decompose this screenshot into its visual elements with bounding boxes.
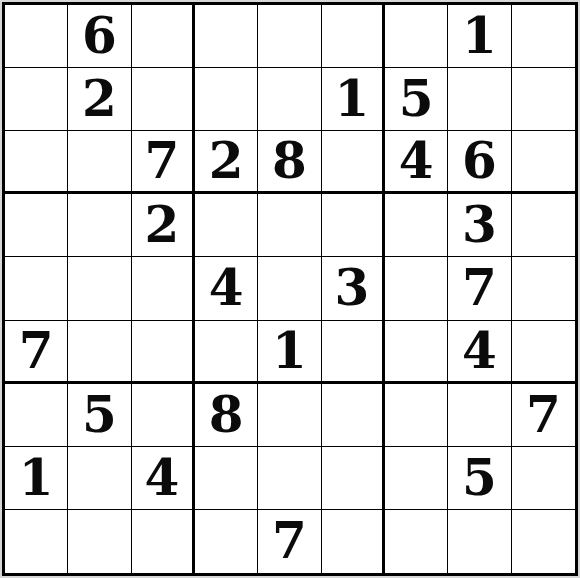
cell-r7c8[interactable] <box>448 384 511 447</box>
cell-r3c2[interactable] <box>68 131 131 194</box>
cell-r3c4[interactable]: 2 <box>195 131 258 194</box>
cell-r3c7[interactable]: 4 <box>385 131 448 194</box>
given-digit: 4 <box>399 136 434 186</box>
cell-r5c4[interactable]: 4 <box>195 257 258 320</box>
given-digit: 7 <box>19 326 54 376</box>
given-digit: 8 <box>209 390 244 440</box>
cell-r5c1[interactable] <box>5 257 68 320</box>
cell-r4c2[interactable] <box>68 194 131 257</box>
cell-r5c9[interactable] <box>512 257 575 320</box>
cell-r3c1[interactable] <box>5 131 68 194</box>
cell-r1c3[interactable] <box>132 5 195 68</box>
cell-r3c8[interactable]: 6 <box>448 131 511 194</box>
cell-r1c6[interactable] <box>322 5 385 68</box>
cell-r6c4[interactable] <box>195 321 258 384</box>
cell-r2c2[interactable]: 2 <box>68 68 131 131</box>
cell-r2c6[interactable]: 1 <box>322 68 385 131</box>
cell-r4c8[interactable]: 3 <box>448 194 511 257</box>
cell-r7c5[interactable] <box>258 384 321 447</box>
given-digit: 7 <box>462 263 497 313</box>
cell-r6c7[interactable] <box>385 321 448 384</box>
cell-r4c9[interactable] <box>512 194 575 257</box>
cell-r5c8[interactable]: 7 <box>448 257 511 320</box>
given-digit: 1 <box>272 326 307 376</box>
cell-r9c8[interactable] <box>448 510 511 573</box>
cell-r8c3[interactable]: 4 <box>132 447 195 510</box>
cell-r3c5[interactable]: 8 <box>258 131 321 194</box>
cell-r6c8[interactable]: 4 <box>448 321 511 384</box>
cell-r2c5[interactable] <box>258 68 321 131</box>
cell-r9c6[interactable] <box>322 510 385 573</box>
cell-r1c1[interactable] <box>5 5 68 68</box>
given-digit: 1 <box>19 453 54 503</box>
cell-r4c3[interactable]: 2 <box>132 194 195 257</box>
cell-r2c8[interactable] <box>448 68 511 131</box>
cell-r9c3[interactable] <box>132 510 195 573</box>
given-digit: 2 <box>144 200 179 250</box>
cell-r6c5[interactable]: 1 <box>258 321 321 384</box>
given-digit: 2 <box>209 136 244 186</box>
cell-r5c6[interactable]: 3 <box>322 257 385 320</box>
cell-r1c4[interactable] <box>195 5 258 68</box>
given-digit: 3 <box>462 200 497 250</box>
cell-r6c9[interactable] <box>512 321 575 384</box>
cell-r8c5[interactable] <box>258 447 321 510</box>
cell-r1c8[interactable]: 1 <box>448 5 511 68</box>
cell-r1c2[interactable]: 6 <box>68 5 131 68</box>
cell-r1c7[interactable] <box>385 5 448 68</box>
given-digit: 7 <box>144 136 179 186</box>
cell-r4c6[interactable] <box>322 194 385 257</box>
cell-r9c1[interactable] <box>5 510 68 573</box>
cell-r1c9[interactable] <box>512 5 575 68</box>
cell-r6c6[interactable] <box>322 321 385 384</box>
cell-r3c9[interactable] <box>512 131 575 194</box>
cell-r5c2[interactable] <box>68 257 131 320</box>
cell-r7c4[interactable]: 8 <box>195 384 258 447</box>
given-digit: 4 <box>209 263 244 313</box>
cell-r8c6[interactable] <box>322 447 385 510</box>
cell-r8c9[interactable] <box>512 447 575 510</box>
cell-r4c5[interactable] <box>258 194 321 257</box>
cell-r4c1[interactable] <box>5 194 68 257</box>
cell-r1c5[interactable] <box>258 5 321 68</box>
cell-r8c4[interactable] <box>195 447 258 510</box>
cell-r7c6[interactable] <box>322 384 385 447</box>
sudoku-board: 6121572846234377145871457 <box>0 0 580 578</box>
given-digit: 1 <box>462 11 497 61</box>
cell-r7c1[interactable] <box>5 384 68 447</box>
given-digit: 5 <box>462 453 497 503</box>
cell-r9c4[interactable] <box>195 510 258 573</box>
cell-r2c3[interactable] <box>132 68 195 131</box>
cell-r4c4[interactable] <box>195 194 258 257</box>
cell-r9c7[interactable] <box>385 510 448 573</box>
cell-r3c3[interactable]: 7 <box>132 131 195 194</box>
cell-r8c1[interactable]: 1 <box>5 447 68 510</box>
cell-r8c8[interactable]: 5 <box>448 447 511 510</box>
given-digit: 2 <box>82 74 117 124</box>
cell-r9c2[interactable] <box>68 510 131 573</box>
cell-r8c2[interactable] <box>68 447 131 510</box>
cell-r2c9[interactable] <box>512 68 575 131</box>
cell-r9c5[interactable]: 7 <box>258 510 321 573</box>
given-digit: 4 <box>144 453 179 503</box>
sudoku-grid: 6121572846234377145871457 <box>2 2 578 576</box>
given-digit: 5 <box>82 390 117 440</box>
given-digit: 7 <box>526 390 561 440</box>
cell-r2c7[interactable]: 5 <box>385 68 448 131</box>
cell-r6c2[interactable] <box>68 321 131 384</box>
cell-r6c3[interactable] <box>132 321 195 384</box>
cell-r5c7[interactable] <box>385 257 448 320</box>
cell-r4c7[interactable] <box>385 194 448 257</box>
cell-r7c7[interactable] <box>385 384 448 447</box>
given-digit: 5 <box>399 74 434 124</box>
given-digit: 6 <box>462 136 497 186</box>
cell-r2c1[interactable] <box>5 68 68 131</box>
given-digit: 6 <box>82 11 117 61</box>
cell-r7c9[interactable]: 7 <box>512 384 575 447</box>
cell-r3c6[interactable] <box>322 131 385 194</box>
cell-r7c2[interactable]: 5 <box>68 384 131 447</box>
cell-r5c5[interactable] <box>258 257 321 320</box>
cell-r2c4[interactable] <box>195 68 258 131</box>
cell-r8c7[interactable] <box>385 447 448 510</box>
given-digit: 7 <box>272 516 307 566</box>
given-digit: 4 <box>462 326 497 376</box>
given-digit: 8 <box>272 136 307 186</box>
cell-r7c3[interactable] <box>132 384 195 447</box>
cell-r6c1[interactable]: 7 <box>5 321 68 384</box>
cell-r5c3[interactable] <box>132 257 195 320</box>
cell-r9c9[interactable] <box>512 510 575 573</box>
given-digit: 1 <box>334 74 369 124</box>
given-digit: 3 <box>334 263 369 313</box>
